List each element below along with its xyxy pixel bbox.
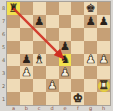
square-f3[interactable]: [71, 66, 84, 79]
square-c6[interactable]: [33, 28, 46, 41]
square-c4[interactable]: ♝: [33, 54, 46, 67]
square-a4[interactable]: [7, 54, 20, 67]
piece-black-pawn[interactable]: ♟: [98, 15, 108, 27]
file-label-b: b: [20, 104, 33, 111]
square-a5[interactable]: [7, 41, 20, 54]
square-d6[interactable]: [46, 28, 59, 41]
piece-black-king[interactable]: ♚: [86, 2, 96, 14]
rank-label-1: 1: [0, 92, 7, 105]
square-f5[interactable]: [71, 41, 84, 54]
file-label-c: c: [33, 104, 46, 111]
rank-labels: 87654321: [0, 2, 7, 105]
piece-black-rook[interactable]: ♜: [8, 2, 18, 14]
square-b3[interactable]: ♟: [20, 66, 33, 79]
square-f7[interactable]: [71, 15, 84, 28]
square-d2[interactable]: ♟: [46, 79, 59, 92]
square-b6[interactable]: [20, 28, 33, 41]
file-label-e: e: [59, 104, 72, 111]
piece-white-pawn[interactable]: ♟: [47, 79, 57, 91]
piece-black-pawn[interactable]: ♟: [86, 15, 96, 27]
file-labels: abcdefgh: [7, 104, 110, 111]
piece-white-pawn[interactable]: ♟: [98, 54, 108, 66]
piece-white-pawn[interactable]: ♟: [86, 54, 96, 66]
file-label-a: a: [7, 104, 20, 111]
square-a8[interactable]: ♜: [7, 2, 20, 15]
file-label-h: h: [97, 104, 110, 111]
square-d8[interactable]: [46, 2, 59, 15]
file-label-g: g: [84, 104, 97, 111]
piece-white-bishop[interactable]: ♝: [34, 54, 44, 66]
square-a3[interactable]: [7, 66, 20, 79]
rank-label-3: 3: [0, 66, 7, 79]
piece-black-pawn[interactable]: ♟: [21, 54, 31, 66]
square-f6[interactable]: [71, 28, 84, 41]
square-c3[interactable]: [33, 66, 46, 79]
rank-label-5: 5: [0, 41, 7, 54]
square-g4[interactable]: ♟: [84, 54, 97, 67]
square-g6[interactable]: [84, 28, 97, 41]
piece-white-rook[interactable]: ♜: [98, 79, 108, 91]
piece-white-pawn[interactable]: ♟: [21, 67, 31, 79]
square-h2[interactable]: ♜: [97, 79, 110, 92]
square-h4[interactable]: ♟: [97, 54, 110, 67]
rank-label-2: 2: [0, 79, 7, 92]
piece-white-pawn[interactable]: ♟: [60, 67, 70, 79]
square-g2[interactable]: [84, 79, 97, 92]
square-e7[interactable]: [59, 15, 72, 28]
rank-label-4: 4: [0, 54, 7, 67]
square-g3[interactable]: [84, 66, 97, 79]
board: ♜♚♟♟♟♟♟♝♞♟♟♟♟♟♜♚: [7, 2, 110, 105]
square-b2[interactable]: [20, 79, 33, 92]
square-a6[interactable]: [7, 28, 20, 41]
square-c2[interactable]: [33, 79, 46, 92]
square-d5[interactable]: [46, 41, 59, 54]
square-e8[interactable]: [59, 2, 72, 15]
rank-label-8: 8: [0, 2, 7, 15]
square-e3[interactable]: ♟: [59, 66, 72, 79]
square-f1[interactable]: ♚: [71, 92, 84, 105]
square-b8[interactable]: [20, 2, 33, 15]
piece-black-knight[interactable]: ♞: [60, 54, 70, 66]
square-b7[interactable]: [20, 15, 33, 28]
square-a2[interactable]: [7, 79, 20, 92]
rank-label-6: 6: [0, 28, 7, 41]
square-c7[interactable]: ♟: [33, 15, 46, 28]
file-label-d: d: [46, 104, 59, 111]
square-h6[interactable]: [97, 28, 110, 41]
file-label-f: f: [71, 104, 84, 111]
square-d4[interactable]: [46, 54, 59, 67]
square-h7[interactable]: ♟: [97, 15, 110, 28]
piece-white-king[interactable]: ♚: [73, 92, 83, 104]
square-a7[interactable]: [7, 15, 20, 28]
square-g7[interactable]: ♟: [84, 15, 97, 28]
piece-black-pawn[interactable]: ♟: [34, 15, 44, 27]
square-f4[interactable]: [71, 54, 84, 67]
rank-label-7: 7: [0, 15, 7, 28]
square-d7[interactable]: [46, 15, 59, 28]
piece-black-pawn[interactable]: ♟: [60, 41, 70, 53]
square-e2[interactable]: [59, 79, 72, 92]
square-f8[interactable]: [71, 2, 84, 15]
